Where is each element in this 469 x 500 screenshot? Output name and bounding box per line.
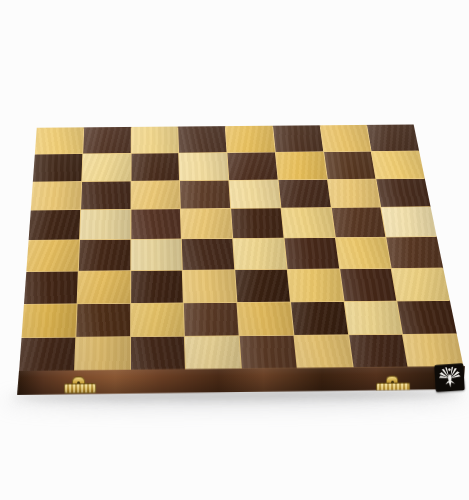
square-a2 xyxy=(22,304,77,338)
square-b7 xyxy=(82,154,130,181)
square-d2 xyxy=(184,302,239,336)
square-c3 xyxy=(131,270,183,302)
square-f8 xyxy=(273,125,323,151)
square-b1 xyxy=(75,337,130,372)
square-e5 xyxy=(231,209,283,239)
square-b6 xyxy=(81,181,130,209)
square-b3 xyxy=(77,271,129,303)
square-a6 xyxy=(31,182,81,210)
square-g6 xyxy=(327,179,380,207)
square-h8 xyxy=(367,125,419,151)
square-g4 xyxy=(335,237,390,268)
square-c7 xyxy=(131,153,179,180)
square-f7 xyxy=(276,152,327,179)
board-grid xyxy=(19,125,464,373)
square-e7 xyxy=(227,152,277,179)
square-e3 xyxy=(235,269,289,301)
square-g7 xyxy=(324,151,376,178)
square-h7 xyxy=(372,151,425,178)
square-e1 xyxy=(240,336,297,371)
square-d8 xyxy=(178,126,226,152)
square-b4 xyxy=(79,240,130,271)
square-c2 xyxy=(131,303,185,337)
square-c5 xyxy=(131,209,181,239)
square-d5 xyxy=(181,209,232,239)
eagle-emblem-plate xyxy=(434,363,465,392)
square-b5 xyxy=(80,210,130,240)
square-a7 xyxy=(33,154,82,181)
square-f6 xyxy=(278,179,330,207)
square-d3 xyxy=(183,270,236,302)
board-playing-surface xyxy=(19,125,464,373)
square-c8 xyxy=(131,127,178,153)
square-d6 xyxy=(180,180,230,208)
square-g5 xyxy=(331,208,385,238)
square-b8 xyxy=(83,127,130,153)
square-c4 xyxy=(131,239,182,270)
square-g3 xyxy=(340,269,397,301)
square-a1 xyxy=(19,338,75,373)
square-h5 xyxy=(381,207,436,237)
square-f3 xyxy=(287,269,343,301)
square-c1 xyxy=(130,337,185,372)
square-b2 xyxy=(76,303,130,337)
square-e2 xyxy=(237,302,293,336)
square-a3 xyxy=(24,271,78,303)
square-e6 xyxy=(229,180,280,208)
square-g1 xyxy=(349,335,408,370)
square-h3 xyxy=(392,268,450,300)
square-h4 xyxy=(387,237,443,268)
eagle-icon xyxy=(436,365,463,390)
square-g2 xyxy=(344,301,402,335)
square-d7 xyxy=(179,153,228,180)
square-c6 xyxy=(131,181,180,209)
square-a5 xyxy=(29,210,80,240)
square-f2 xyxy=(291,302,348,336)
square-e4 xyxy=(233,238,286,269)
square-d4 xyxy=(182,239,234,270)
square-f1 xyxy=(294,335,352,370)
square-e8 xyxy=(226,126,275,152)
square-h6 xyxy=(377,179,431,207)
square-a4 xyxy=(26,240,78,271)
square-h2 xyxy=(397,301,456,335)
square-g8 xyxy=(320,125,371,151)
square-a8 xyxy=(35,127,83,153)
chessboard-product-photo xyxy=(0,0,469,500)
square-f5 xyxy=(281,208,334,238)
chessboard xyxy=(0,0,469,500)
square-f4 xyxy=(284,238,338,269)
square-d1 xyxy=(185,336,241,371)
latch-plate xyxy=(64,383,96,393)
